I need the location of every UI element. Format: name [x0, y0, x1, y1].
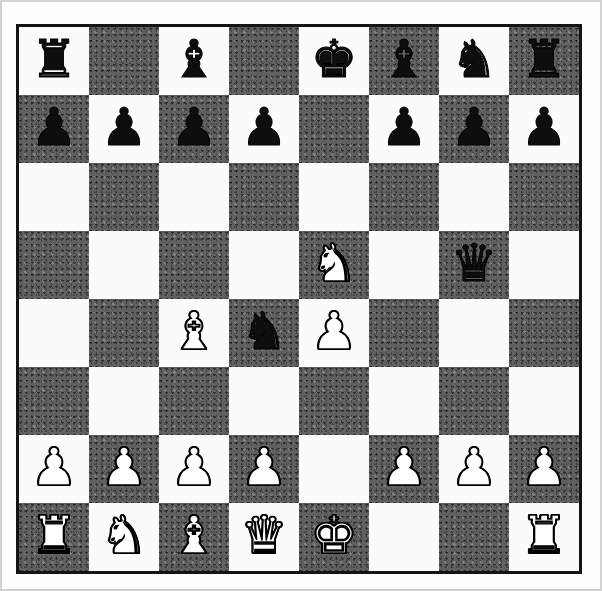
square-f4[interactable] — [369, 299, 439, 367]
black-bishop-f8[interactable]: ♝ — [381, 33, 428, 85]
square-c2[interactable]: ♟ — [159, 435, 229, 503]
black-rook-h8[interactable]: ♜ — [521, 33, 568, 85]
square-g2[interactable]: ♟ — [439, 435, 509, 503]
square-a1[interactable]: ♜ — [19, 503, 89, 571]
square-g4[interactable] — [439, 299, 509, 367]
square-f8[interactable]: ♝ — [369, 27, 439, 95]
square-b4[interactable] — [89, 299, 159, 367]
square-e5[interactable]: ♞ — [299, 231, 369, 299]
black-pawn-f7[interactable]: ♟ — [381, 101, 428, 153]
square-h2[interactable]: ♟ — [509, 435, 579, 503]
black-king-e8[interactable]: ♚ — [311, 33, 358, 85]
black-pawn-b7[interactable]: ♟ — [101, 101, 148, 153]
square-c8[interactable]: ♝ — [159, 27, 229, 95]
square-b3[interactable] — [89, 367, 159, 435]
square-f6[interactable] — [369, 163, 439, 231]
white-pawn-c2[interactable]: ♟ — [171, 441, 218, 493]
square-e7[interactable] — [299, 95, 369, 163]
square-e2[interactable] — [299, 435, 369, 503]
black-pawn-c7[interactable]: ♟ — [171, 101, 218, 153]
black-knight-g8[interactable]: ♞ — [451, 33, 498, 85]
square-a4[interactable] — [19, 299, 89, 367]
square-f5[interactable] — [369, 231, 439, 299]
square-d6[interactable] — [229, 163, 299, 231]
square-a3[interactable] — [19, 367, 89, 435]
square-g6[interactable] — [439, 163, 509, 231]
white-pawn-a2[interactable]: ♟ — [31, 441, 78, 493]
square-b1[interactable]: ♞ — [89, 503, 159, 571]
square-e4[interactable]: ♟ — [299, 299, 369, 367]
white-queen-d1[interactable]: ♛ — [241, 509, 288, 561]
white-pawn-g2[interactable]: ♟ — [451, 441, 498, 493]
square-c5[interactable] — [159, 231, 229, 299]
square-a2[interactable]: ♟ — [19, 435, 89, 503]
square-e8[interactable]: ♚ — [299, 27, 369, 95]
square-c6[interactable] — [159, 163, 229, 231]
white-king-e1[interactable]: ♚ — [311, 509, 358, 561]
white-rook-h1[interactable]: ♜ — [521, 509, 568, 561]
square-d4[interactable]: ♞ — [229, 299, 299, 367]
chess-diagram-page: ♜♝♚♝♞♜♟♟♟♟♟♟♟♞♛♝♞♟♟♟♟♟♟♟♟♜♞♝♛♚♜ — [0, 0, 602, 591]
white-rook-a1[interactable]: ♜ — [31, 509, 78, 561]
square-c4[interactable]: ♝ — [159, 299, 229, 367]
square-h6[interactable] — [509, 163, 579, 231]
square-c1[interactable]: ♝ — [159, 503, 229, 571]
square-h7[interactable]: ♟ — [509, 95, 579, 163]
white-bishop-c4[interactable]: ♝ — [171, 305, 218, 357]
square-h3[interactable] — [509, 367, 579, 435]
square-a6[interactable] — [19, 163, 89, 231]
square-c7[interactable]: ♟ — [159, 95, 229, 163]
square-b8[interactable] — [89, 27, 159, 95]
square-e6[interactable] — [299, 163, 369, 231]
square-b6[interactable] — [89, 163, 159, 231]
square-h5[interactable] — [509, 231, 579, 299]
square-e3[interactable] — [299, 367, 369, 435]
square-d1[interactable]: ♛ — [229, 503, 299, 571]
square-g8[interactable]: ♞ — [439, 27, 509, 95]
white-bishop-c1[interactable]: ♝ — [171, 509, 218, 561]
chess-board: ♜♝♚♝♞♜♟♟♟♟♟♟♟♞♛♝♞♟♟♟♟♟♟♟♟♜♞♝♛♚♜ — [16, 24, 582, 574]
black-queen-g5[interactable]: ♛ — [451, 237, 498, 289]
black-pawn-a7[interactable]: ♟ — [31, 101, 78, 153]
square-d3[interactable] — [229, 367, 299, 435]
square-a7[interactable]: ♟ — [19, 95, 89, 163]
square-f7[interactable]: ♟ — [369, 95, 439, 163]
square-g3[interactable] — [439, 367, 509, 435]
black-pawn-d7[interactable]: ♟ — [241, 101, 288, 153]
white-knight-e5[interactable]: ♞ — [311, 237, 358, 289]
square-d8[interactable] — [229, 27, 299, 95]
square-a8[interactable]: ♜ — [19, 27, 89, 95]
square-h1[interactable]: ♜ — [509, 503, 579, 571]
black-knight-d4[interactable]: ♞ — [241, 305, 288, 357]
square-c3[interactable] — [159, 367, 229, 435]
square-b5[interactable] — [89, 231, 159, 299]
square-d2[interactable]: ♟ — [229, 435, 299, 503]
square-b2[interactable]: ♟ — [89, 435, 159, 503]
square-g5[interactable]: ♛ — [439, 231, 509, 299]
square-h4[interactable] — [509, 299, 579, 367]
white-pawn-e4[interactable]: ♟ — [311, 305, 358, 357]
black-pawn-h7[interactable]: ♟ — [521, 101, 568, 153]
white-pawn-h2[interactable]: ♟ — [521, 441, 568, 493]
white-pawn-d2[interactable]: ♟ — [241, 441, 288, 493]
square-d7[interactable]: ♟ — [229, 95, 299, 163]
square-e1[interactable]: ♚ — [299, 503, 369, 571]
square-a5[interactable] — [19, 231, 89, 299]
square-d5[interactable] — [229, 231, 299, 299]
square-f3[interactable] — [369, 367, 439, 435]
white-pawn-b2[interactable]: ♟ — [101, 441, 148, 493]
white-knight-b1[interactable]: ♞ — [101, 509, 148, 561]
square-b7[interactable]: ♟ — [89, 95, 159, 163]
black-bishop-c8[interactable]: ♝ — [171, 33, 218, 85]
square-g1[interactable] — [439, 503, 509, 571]
white-pawn-f2[interactable]: ♟ — [381, 441, 428, 493]
black-rook-a8[interactable]: ♜ — [31, 33, 78, 85]
square-f1[interactable] — [369, 503, 439, 571]
square-g7[interactable]: ♟ — [439, 95, 509, 163]
square-h8[interactable]: ♜ — [509, 27, 579, 95]
square-f2[interactable]: ♟ — [369, 435, 439, 503]
black-pawn-g7[interactable]: ♟ — [451, 101, 498, 153]
